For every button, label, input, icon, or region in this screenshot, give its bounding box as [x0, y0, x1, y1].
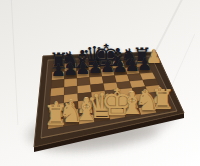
piece-white-r-h1[interactable]: ♜: [151, 86, 175, 113]
piece-black-p-h7[interactable]: ♟: [137, 56, 153, 74]
square-c6[interactable]: [77, 77, 91, 86]
chess-set-product-photo: ♜♞♝♛♚♝♞♜♟♟♟♟♟♟♟♟♟♟♟♟♟♟♟♟♜♞♝♛♚♝♞♜♟: [0, 0, 200, 166]
square-a6[interactable]: [51, 79, 64, 88]
